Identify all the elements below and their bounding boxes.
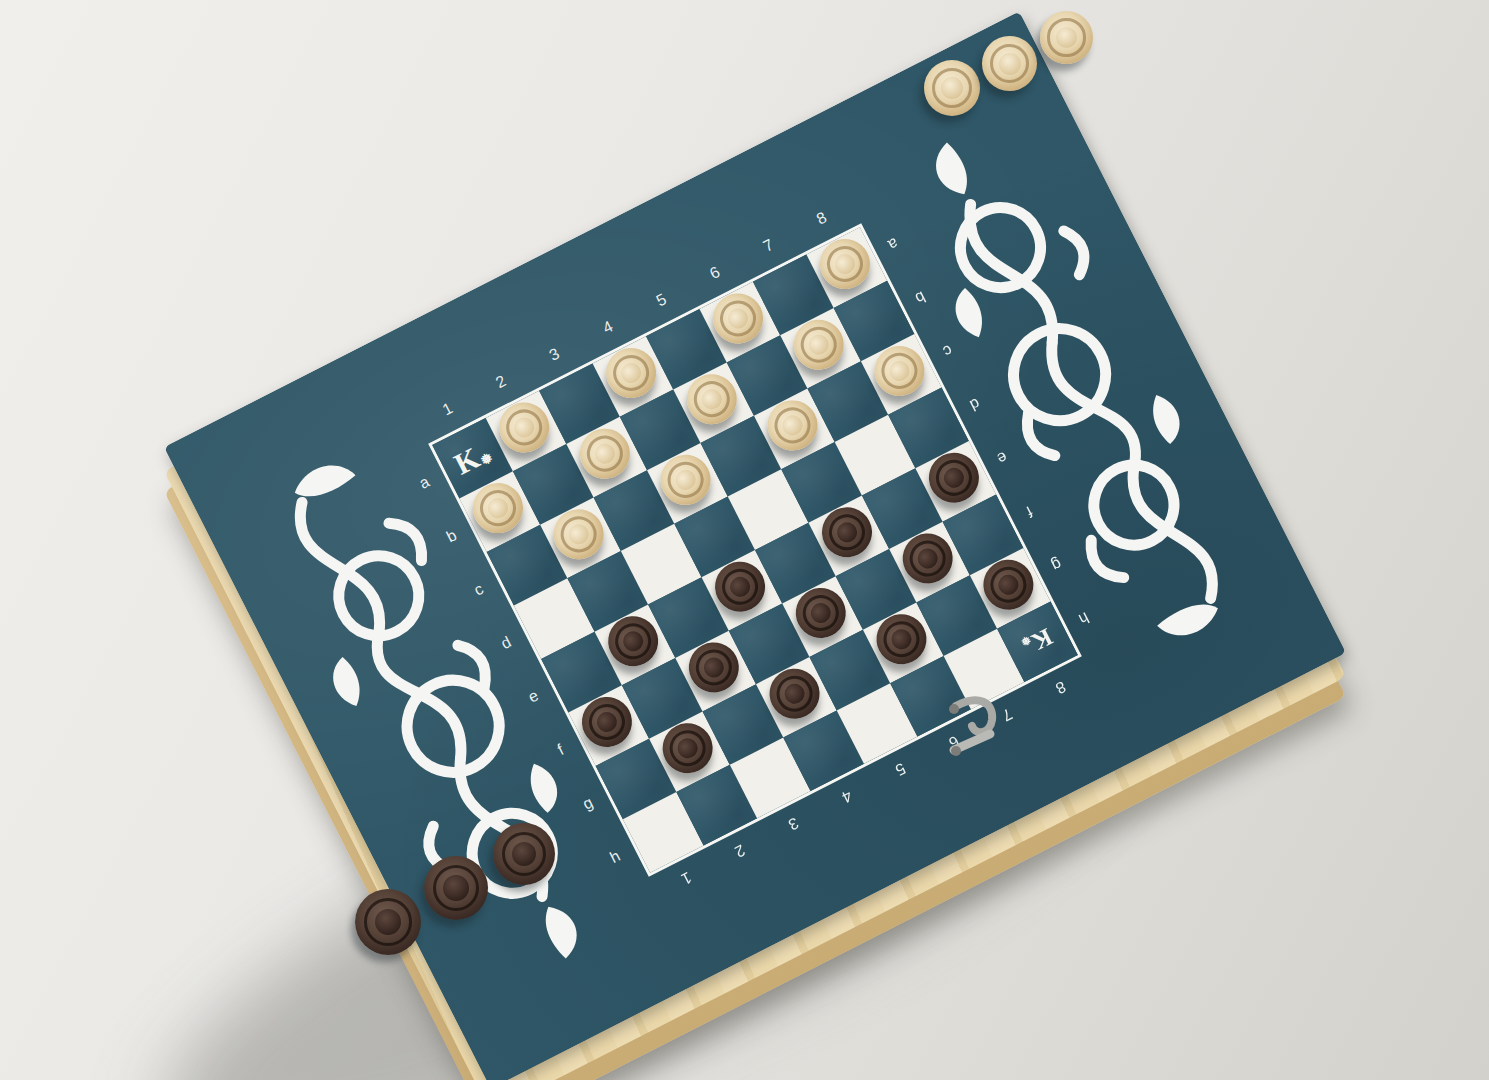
board: 12345678 12345678 abcdefgh abcdefgh K❅K❅ xyxy=(164,11,1346,1080)
offboard-piece-dark-2[interactable] xyxy=(424,856,488,920)
offboard-piece-dark-1[interactable] xyxy=(355,889,421,955)
scene: 12345678 12345678 abcdefgh abcdefgh K❅K❅ xyxy=(0,0,1489,1080)
offboard-piece-light-3[interactable] xyxy=(1040,11,1093,64)
clasp xyxy=(938,676,1018,776)
offboard-piece-dark-3[interactable] xyxy=(493,823,555,885)
offboard-piece-light-1[interactable] xyxy=(924,60,980,116)
offboard-piece-light-2[interactable] xyxy=(982,36,1037,91)
